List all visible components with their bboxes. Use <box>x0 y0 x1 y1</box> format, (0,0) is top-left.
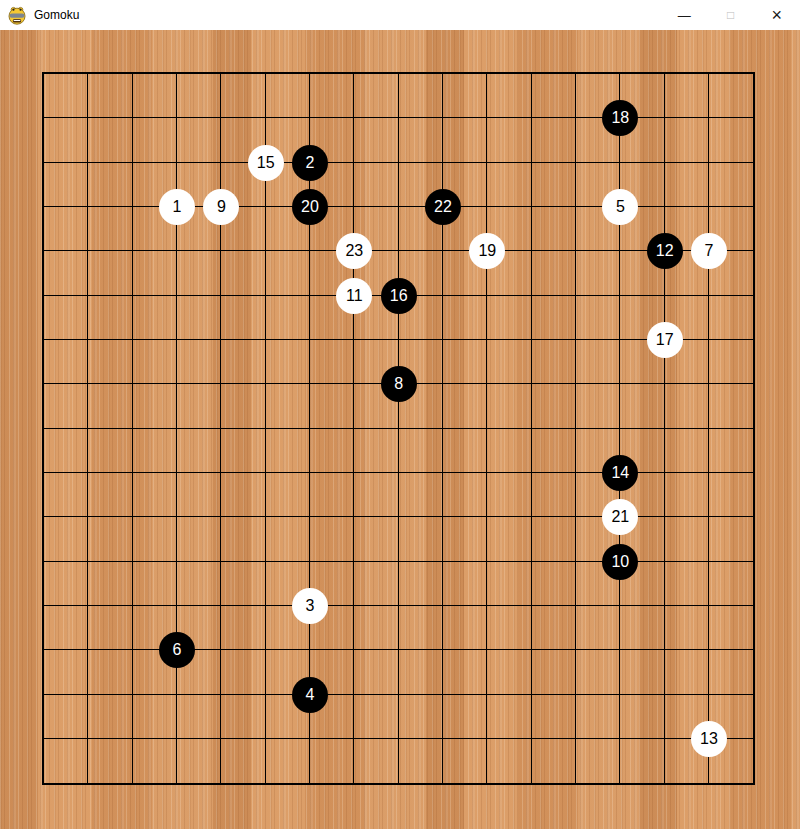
stone-6-black: 6 <box>159 632 195 668</box>
board[interactable]: 1234567891011121314151617181920212223 <box>42 72 755 785</box>
stone-13-white: 13 <box>691 721 727 757</box>
stone-number: 18 <box>611 110 629 126</box>
stone-1-white: 1 <box>159 189 195 225</box>
stone-number: 3 <box>306 598 315 614</box>
app-icon <box>7 5 27 25</box>
maximize-button[interactable]: □ <box>707 0 753 30</box>
minimize-button[interactable]: — <box>661 0 707 30</box>
stone-number: 9 <box>217 199 226 215</box>
stone-number: 14 <box>611 465 629 481</box>
stone-number: 20 <box>301 199 319 215</box>
stone-5-white: 5 <box>602 189 638 225</box>
stone-number: 15 <box>257 155 275 171</box>
stone-number: 6 <box>173 642 182 658</box>
stone-number: 11 <box>346 288 363 304</box>
stone-19-white: 19 <box>469 233 505 269</box>
stone-16-black: 16 <box>381 278 417 314</box>
stone-3-white: 3 <box>292 588 328 624</box>
board-stones: 1234567891011121314151617181920212223 <box>44 74 753 783</box>
stone-number: 2 <box>306 155 315 171</box>
stone-number: 23 <box>345 243 363 259</box>
stone-18-black: 18 <box>602 100 638 136</box>
stone-8-black: 8 <box>381 366 417 402</box>
stone-2-black: 2 <box>292 145 328 181</box>
stone-number: 22 <box>434 199 452 215</box>
stone-22-black: 22 <box>425 189 461 225</box>
stone-number: 19 <box>478 243 496 259</box>
stone-15-white: 15 <box>248 145 284 181</box>
stone-11-white: 11 <box>336 278 372 314</box>
window-controls: — □ × <box>661 0 800 30</box>
stone-9-white: 9 <box>203 189 239 225</box>
stone-number: 12 <box>656 243 674 259</box>
title-bar[interactable]: Gomoku — □ × <box>0 0 800 30</box>
stone-number: 8 <box>394 376 403 392</box>
stone-number: 21 <box>611 509 629 525</box>
close-button[interactable]: × <box>754 0 800 30</box>
stone-17-white: 17 <box>647 322 683 358</box>
gomoku-window: Gomoku — □ × 123456789101112131415161718… <box>0 0 800 829</box>
stone-number: 13 <box>700 731 718 747</box>
stone-20-black: 20 <box>292 189 328 225</box>
stone-number: 17 <box>656 332 674 348</box>
stone-number: 1 <box>173 199 182 215</box>
stone-23-white: 23 <box>336 233 372 269</box>
stone-number: 16 <box>390 288 408 304</box>
stone-number: 5 <box>616 199 625 215</box>
stone-number: 7 <box>705 243 714 259</box>
window-title: Gomoku <box>34 8 79 22</box>
stone-7-white: 7 <box>691 233 727 269</box>
stone-12-black: 12 <box>647 233 683 269</box>
stone-10-black: 10 <box>602 544 638 580</box>
stone-4-black: 4 <box>292 677 328 713</box>
stone-21-white: 21 <box>602 499 638 535</box>
stone-14-black: 14 <box>602 455 638 491</box>
wood-canvas: 1234567891011121314151617181920212223 <box>0 30 800 829</box>
stone-number: 4 <box>306 687 315 703</box>
stone-number: 10 <box>611 554 629 570</box>
